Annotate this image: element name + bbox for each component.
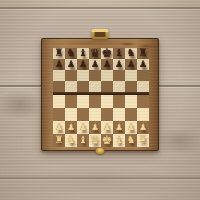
photo-vignette xyxy=(0,0,200,200)
photo-scene: ♜♞♝♛♚♝♞♜♟♟♟♟♟♟♟♟ ♟♟♟♟♟♟♟♟♜♞♝♛♚♝♞♜ xyxy=(0,0,200,200)
